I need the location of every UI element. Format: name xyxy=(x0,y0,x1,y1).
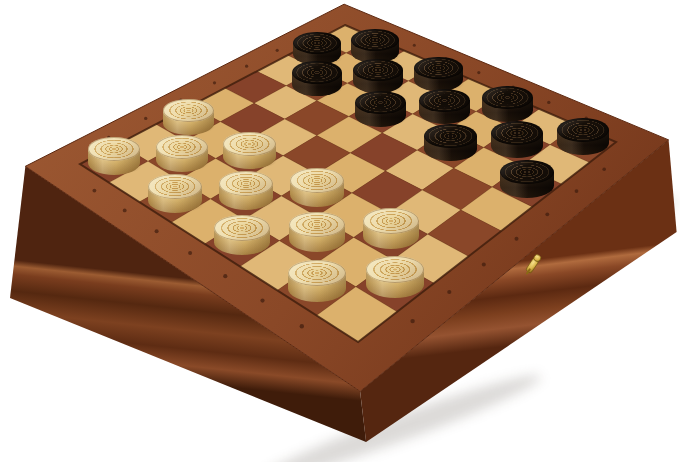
scene xyxy=(0,0,680,462)
frame-dowel-dot xyxy=(547,101,550,104)
frame-dowel-dot xyxy=(413,44,416,47)
frame-dowel-dot xyxy=(602,167,606,171)
frame-dowel-dot xyxy=(223,274,227,278)
frame-dowel-dot xyxy=(482,263,486,267)
checkers-board xyxy=(0,0,680,462)
frame-dowel-dot xyxy=(179,99,182,102)
frame-dowel-dot xyxy=(477,71,480,74)
frame-dowel-dot xyxy=(444,57,447,60)
frame-dowel-dot xyxy=(515,237,519,241)
frame-dowel-dot xyxy=(93,189,97,193)
frame-dowel-dot xyxy=(155,229,159,233)
frame-dowel-dot xyxy=(123,209,127,213)
frame-dowel-dot xyxy=(245,65,248,68)
frame-dowel-dot xyxy=(300,324,304,328)
frame-dowel-dot xyxy=(585,117,588,120)
frame-dowel-dot xyxy=(511,86,514,89)
frame-dowel-dot xyxy=(144,117,147,120)
frame-dowel-dot xyxy=(213,81,216,84)
frame-dowel-dot xyxy=(107,136,110,139)
frame-dowel-dot xyxy=(410,319,414,323)
frame-dowel-dot xyxy=(276,49,279,52)
frame-dowel-dot xyxy=(188,251,192,255)
frame-dowel-dot xyxy=(383,31,386,34)
frame-dowel-dot xyxy=(305,34,308,37)
frame-dowel-dot xyxy=(447,290,451,294)
frame-dowel-dot xyxy=(545,212,549,216)
frame-dowel-dot xyxy=(260,299,264,303)
frame-dowel-dot xyxy=(575,189,579,193)
